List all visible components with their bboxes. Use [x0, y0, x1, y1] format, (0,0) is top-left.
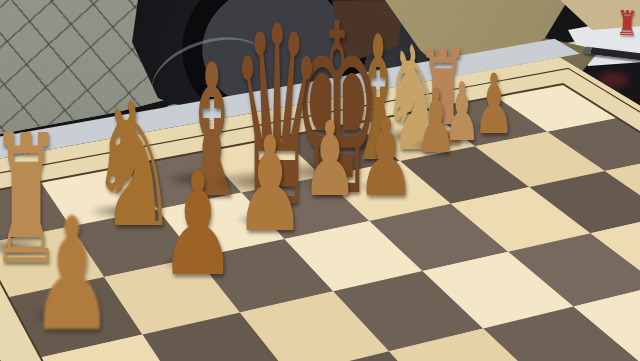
board-square: [240, 291, 389, 361]
board-square: [0, 227, 104, 298]
piece-shadow: [30, 308, 92, 324]
piece-shadow: [160, 256, 216, 270]
board-square: [124, 151, 242, 209]
board-square: [290, 351, 453, 361]
board-square: [423, 252, 574, 329]
piece-shadow: [235, 213, 287, 226]
piece-a2-pawn: ♟: [30, 197, 114, 353]
red-piece-reflection: [598, 72, 628, 88]
board-square: [8, 277, 142, 358]
piece-b2-pawn: ♟: [160, 154, 236, 296]
board-square: [158, 193, 285, 258]
board-square: [41, 166, 158, 226]
photo-scene: ♜ ♟♜♟♞♟♝♚♝♟♟♛♞♟♜♟♟: [0, 0, 640, 361]
piece-shadow: [302, 182, 343, 192]
board-square: [104, 258, 240, 335]
board-square: [41, 335, 187, 361]
board-square: [203, 137, 322, 193]
board-square: [333, 271, 483, 351]
board-square: [0, 182, 71, 245]
board-square: [574, 285, 640, 361]
piece-shadow: [0, 238, 48, 256]
piece-shadow: [88, 203, 156, 220]
board-square: [483, 306, 640, 361]
piece-shadow: [210, 169, 308, 194]
board-square: [71, 209, 197, 277]
red-piece: ♜: [616, 5, 638, 40]
board-square: [242, 177, 370, 239]
piece-c2-pawn: ♟: [235, 119, 305, 250]
piece-shadow: [163, 170, 236, 188]
board-square: [196, 239, 333, 313]
piece-a1-rook: ♜: [0, 112, 62, 290]
board-square: [143, 312, 291, 361]
board-square: [389, 328, 553, 361]
